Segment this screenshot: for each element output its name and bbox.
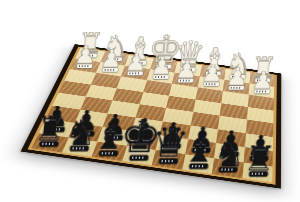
square-c8: ♝	[182, 154, 214, 174]
black-bishop-glyph: ♝	[181, 134, 218, 165]
square-a4	[246, 107, 273, 124]
piece-black-rook: ♜	[233, 145, 285, 177]
braille-name-plate	[99, 151, 117, 155]
chess-set-photo: ♜♞♝♚♛♝♞♜♟♟♟♟♟♟♟♟♟♟♟♟♟♟♟♟♜♞♝♚♛♝♞♜	[0, 0, 300, 202]
white-pawn-glyph: ♟	[250, 71, 274, 91]
square-e4	[139, 92, 169, 108]
board-frame: ♜♞♝♚♛♝♞♜♟♟♟♟♟♟♟♟♟♟♟♟♟♟♟♟♜♞♝♚♛♝♞♜	[21, 44, 282, 188]
piece-black-bishop: ♝	[173, 134, 225, 168]
piece-black-bishop: ♝	[84, 121, 136, 155]
braille-name-plate	[129, 155, 147, 159]
piece-black-rook: ♜	[24, 115, 76, 147]
square-f8: ♝	[92, 141, 127, 161]
board-perspective-wrapper: ♜♞♝♚♛♝♞♜♟♟♟♟♟♟♟♟♟♟♟♟♟♟♟♟♜♞♝♚♛♝♞♜	[0, 0, 300, 202]
braille-name-plate	[189, 163, 207, 167]
black-bishop-glyph: ♝	[91, 121, 128, 152]
chess-board: ♜♞♝♚♛♝♞♜♟♟♟♟♟♟♟♟♟♟♟♟♟♟♟♟♜♞♝♚♛♝♞♜	[21, 44, 282, 188]
square-a8: ♜	[242, 162, 272, 182]
braille-name-plate	[39, 142, 57, 146]
black-rook-glyph: ♜	[242, 145, 276, 173]
board-grid: ♜♞♝♚♛♝♞♜♟♟♟♟♟♟♟♟♟♟♟♟♟♟♟♟♜♞♝♚♛♝♞♜	[32, 48, 275, 182]
piece-white-pawn: ♟	[241, 71, 284, 94]
braille-name-plate	[254, 90, 269, 94]
braille-name-plate	[248, 172, 266, 176]
black-rook-glyph: ♜	[33, 115, 67, 143]
